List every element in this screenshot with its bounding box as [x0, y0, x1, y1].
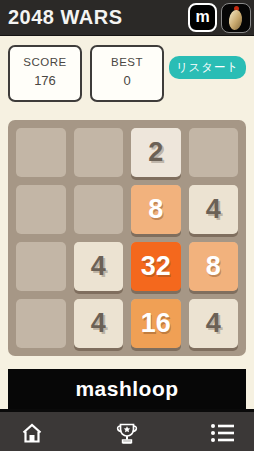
cell: 4: [189, 299, 239, 348]
tile-4: 4: [74, 242, 124, 291]
best-box: BEST 0: [90, 45, 164, 102]
home-nav-button[interactable]: [19, 421, 45, 445]
tile-16: 16: [131, 299, 181, 348]
menu-nav-button[interactable]: [209, 421, 235, 445]
home-icon: [20, 421, 44, 445]
app-screen: 2048 WARS m SCORE 176 BEST 0 リスタート 28443…: [0, 0, 254, 451]
score-value: 176: [34, 73, 56, 88]
tile-32: 32: [131, 242, 181, 291]
cell: 4: [74, 299, 124, 348]
cell: 16: [131, 299, 181, 348]
cell-empty: [16, 242, 66, 291]
restart-button[interactable]: リスタート: [169, 56, 246, 79]
tile-4: 4: [189, 299, 239, 348]
score-box: SCORE 176: [8, 45, 82, 102]
cell: 8: [189, 242, 239, 291]
cell-empty: [74, 128, 124, 177]
mascot-icon[interactable]: [221, 3, 251, 33]
header-icon-group: m: [188, 3, 251, 33]
tile-8: 8: [189, 242, 239, 291]
game-board[interactable]: 28443284164: [8, 120, 246, 356]
tile-4: 4: [74, 299, 124, 348]
ad-banner[interactable]: mashloop: [8, 369, 246, 409]
cell-empty: [74, 185, 124, 234]
cell: 32: [131, 242, 181, 291]
cell: 8: [131, 185, 181, 234]
tile-2: 2: [131, 128, 181, 177]
header-bar: 2048 WARS m: [0, 0, 254, 36]
page-title: 2048 WARS: [8, 6, 188, 29]
cell-empty: [189, 128, 239, 177]
cell: 4: [189, 185, 239, 234]
cell-empty: [16, 299, 66, 348]
mascot-body: [228, 9, 244, 31]
cell-empty: [16, 185, 66, 234]
tile-4: 4: [189, 185, 239, 234]
cell: 2: [131, 128, 181, 177]
m-logo-icon[interactable]: m: [188, 3, 217, 32]
cell: 4: [74, 242, 124, 291]
list-icon: [210, 422, 235, 444]
trophy-icon: [114, 421, 140, 446]
ranking-nav-button[interactable]: [114, 421, 140, 445]
bottom-nav-bar: [0, 409, 254, 451]
tile-8: 8: [131, 185, 181, 234]
best-value: 0: [123, 73, 130, 88]
best-label: BEST: [111, 56, 143, 68]
score-label: SCORE: [23, 56, 66, 68]
ad-banner-logo: mashloop: [75, 377, 178, 401]
cell-empty: [16, 128, 66, 177]
